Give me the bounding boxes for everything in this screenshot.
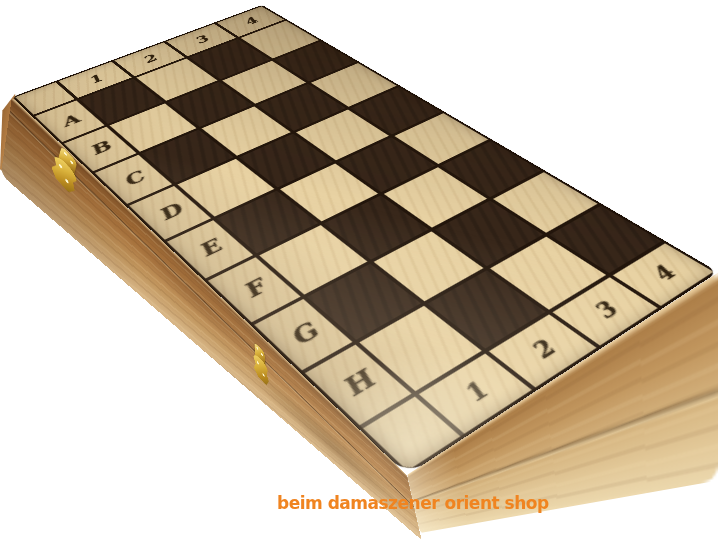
shop-caption: beim damaszener orient shop xyxy=(277,493,549,513)
product-photo: 1234ABCDEFGH1234 beim damaszener orient … xyxy=(0,0,718,550)
brass-clasp-2 xyxy=(252,340,269,388)
